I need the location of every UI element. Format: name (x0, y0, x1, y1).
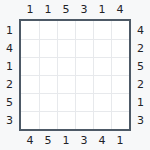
puzzle-board (19, 19, 131, 131)
board-cell-r4c2[interactable] (39, 75, 57, 93)
bottom-clues: 451341 (19, 131, 131, 150)
board-cell-r5c1[interactable] (21, 93, 39, 111)
right-clues: 425213 (131, 19, 150, 131)
board-cell-r1c5[interactable] (93, 21, 111, 39)
board-cell-r6c6[interactable] (111, 111, 129, 129)
board-cell-r1c3[interactable] (57, 21, 75, 39)
board-cell-r6c4[interactable] (75, 111, 93, 129)
clue-left-4: 2 (0, 75, 19, 93)
board-cell-r2c3[interactable] (57, 39, 75, 57)
clue-left-1: 1 (0, 21, 19, 39)
clue-top-3: 5 (57, 0, 75, 19)
clue-right-1: 4 (131, 21, 150, 39)
board-cell-r6c1[interactable] (21, 111, 39, 129)
board-cell-r2c1[interactable] (21, 39, 39, 57)
board-cell-r3c1[interactable] (21, 57, 39, 75)
board-cell-r5c5[interactable] (93, 93, 111, 111)
clue-bottom-5: 4 (93, 131, 111, 150)
clue-bottom-2: 5 (39, 131, 57, 150)
board-cell-r4c6[interactable] (111, 75, 129, 93)
board-cell-r4c1[interactable] (21, 75, 39, 93)
clue-right-5: 1 (131, 93, 150, 111)
clue-left-6: 3 (0, 111, 19, 129)
clue-left-5: 5 (0, 93, 19, 111)
board-cell-r5c3[interactable] (57, 93, 75, 111)
board-cell-r3c6[interactable] (111, 57, 129, 75)
board-cell-r5c2[interactable] (39, 93, 57, 111)
left-clues: 141253 (0, 19, 19, 131)
board-cell-r6c3[interactable] (57, 111, 75, 129)
clue-top-5: 1 (93, 0, 111, 19)
board-cell-r6c2[interactable] (39, 111, 57, 129)
clue-left-2: 4 (0, 39, 19, 57)
clue-top-1: 1 (21, 0, 39, 19)
board-cell-r6c5[interactable] (93, 111, 111, 129)
clue-left-3: 1 (0, 57, 19, 75)
board-cell-r1c6[interactable] (111, 21, 129, 39)
board-cell-r3c4[interactable] (75, 57, 93, 75)
board-cell-r2c6[interactable] (111, 39, 129, 57)
clue-top-4: 3 (75, 0, 93, 19)
clue-right-3: 5 (131, 57, 150, 75)
board-cell-r1c1[interactable] (21, 21, 39, 39)
board-cell-r2c5[interactable] (93, 39, 111, 57)
clue-top-2: 1 (39, 0, 57, 19)
clue-right-4: 2 (131, 75, 150, 93)
board-cell-r3c2[interactable] (39, 57, 57, 75)
board-cell-r4c3[interactable] (57, 75, 75, 93)
board-cell-r4c5[interactable] (93, 75, 111, 93)
board-cell-r4c4[interactable] (75, 75, 93, 93)
board-cell-r3c3[interactable] (57, 57, 75, 75)
board-cell-r2c2[interactable] (39, 39, 57, 57)
board-cell-r5c6[interactable] (111, 93, 129, 111)
skyscrapers-puzzle: 115314 141253 425213 451341 (0, 0, 150, 150)
clue-bottom-6: 1 (111, 131, 129, 150)
top-clues: 115314 (19, 0, 131, 19)
board-cell-r1c4[interactable] (75, 21, 93, 39)
clue-right-2: 2 (131, 39, 150, 57)
clue-bottom-4: 3 (75, 131, 93, 150)
clue-top-6: 4 (111, 0, 129, 19)
clue-bottom-1: 4 (21, 131, 39, 150)
clue-bottom-3: 1 (57, 131, 75, 150)
board-cell-r1c2[interactable] (39, 21, 57, 39)
board-cell-r3c5[interactable] (93, 57, 111, 75)
clue-right-6: 3 (131, 111, 150, 129)
board-cell-r5c4[interactable] (75, 93, 93, 111)
board-cell-r2c4[interactable] (75, 39, 93, 57)
